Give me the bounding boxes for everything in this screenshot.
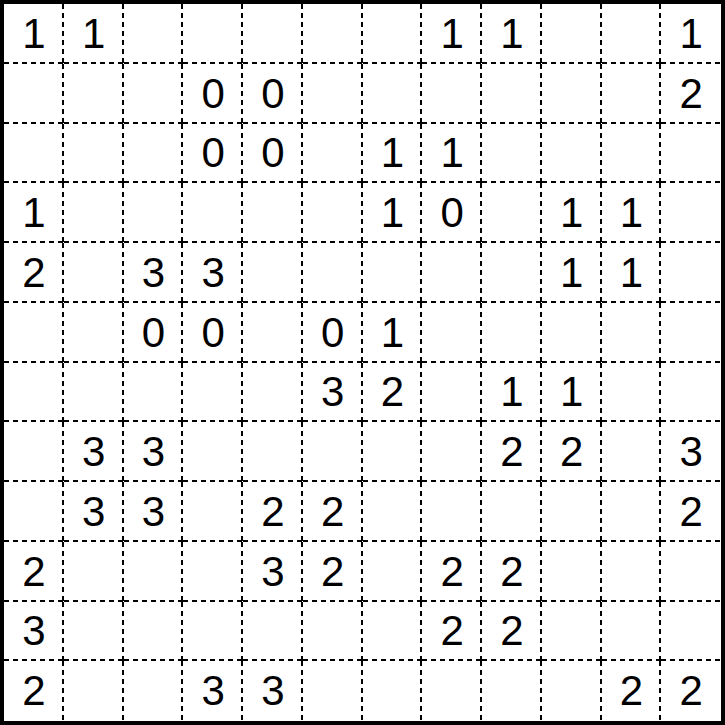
cell-r8c7[interactable] [363,422,423,482]
cell-r11c5[interactable] [243,602,303,662]
cell-r3c2[interactable] [64,124,124,184]
clue-number: 3 [201,252,224,294]
cell-r1c6[interactable] [303,4,363,64]
clue-number: 2 [22,252,45,294]
cell-r9c7[interactable] [363,482,423,542]
cell-r6c10[interactable] [542,303,602,363]
cell-r11c8[interactable]: 2 [422,602,482,662]
clue-number: 3 [201,670,224,712]
cell-r6c9[interactable] [482,303,542,363]
cell-r10c4[interactable] [183,542,243,602]
cell-r10c12[interactable] [661,542,721,602]
cell-r4c11[interactable]: 1 [602,183,662,243]
cell-r10c5[interactable]: 3 [243,542,303,602]
clue-number: 1 [500,371,523,413]
clue-number: 1 [82,13,105,55]
cell-r7c6[interactable]: 3 [303,363,363,423]
cell-r4c8[interactable]: 0 [422,183,482,243]
cell-r4c9[interactable] [482,183,542,243]
cell-r5c11[interactable]: 1 [602,243,662,303]
cell-r9c5[interactable]: 2 [243,482,303,542]
clue-number: 3 [22,610,45,652]
clue-number: 1 [560,371,583,413]
cell-r2c1[interactable] [4,64,64,124]
clue-number: 2 [679,670,702,712]
clue-number: 2 [22,551,45,593]
cell-r3c12[interactable] [661,124,721,184]
clue-number: 0 [261,73,284,115]
cell-r1c10[interactable] [542,4,602,64]
cell-r1c11[interactable] [602,4,662,64]
cell-r2c7[interactable] [363,64,423,124]
clue-number: 1 [620,192,643,234]
cell-r8c10[interactable]: 2 [542,422,602,482]
clue-number: 2 [500,610,523,652]
cell-r7c11[interactable] [602,363,662,423]
cell-r3c3[interactable] [124,124,184,184]
cell-r4c7[interactable]: 1 [363,183,423,243]
clue-number: 3 [82,491,105,533]
cell-r5c4[interactable]: 3 [183,243,243,303]
cell-r5c8[interactable] [422,243,482,303]
cell-r6c4[interactable]: 0 [183,303,243,363]
cell-r11c9[interactable]: 2 [482,602,542,662]
cell-r10c11[interactable] [602,542,662,602]
clue-number: 3 [82,431,105,473]
cell-r8c11[interactable] [602,422,662,482]
clue-number: 1 [22,13,45,55]
cell-r1c5[interactable] [243,4,303,64]
cell-r1c8[interactable]: 1 [422,4,482,64]
cell-r8c4[interactable] [183,422,243,482]
cell-r11c12[interactable] [661,602,721,662]
clue-number: 0 [440,192,463,234]
cell-r12c1[interactable]: 2 [4,661,64,721]
clue-number: 1 [381,192,404,234]
cell-r8c5[interactable] [243,422,303,482]
cell-r10c2[interactable] [64,542,124,602]
clue-number: 2 [321,491,344,533]
cell-r3c9[interactable] [482,124,542,184]
clue-number: 0 [201,73,224,115]
cell-r7c9[interactable]: 1 [482,363,542,423]
cell-r1c2[interactable]: 1 [64,4,124,64]
cell-r8c1[interactable] [4,422,64,482]
cell-r5c10[interactable]: 1 [542,243,602,303]
cell-r10c8[interactable]: 2 [422,542,482,602]
cell-r12c3[interactable] [124,661,184,721]
cell-r12c4[interactable]: 3 [183,661,243,721]
cell-r2c12[interactable]: 2 [661,64,721,124]
cell-r9c11[interactable] [602,482,662,542]
cell-r6c12[interactable] [661,303,721,363]
cell-r9c1[interactable] [4,482,64,542]
cell-r9c10[interactable] [542,482,602,542]
cell-r6c2[interactable] [64,303,124,363]
cell-r12c11[interactable]: 2 [602,661,662,721]
clue-number: 2 [261,491,284,533]
cell-r5c7[interactable] [363,243,423,303]
cell-r9c4[interactable] [183,482,243,542]
cell-r7c7[interactable]: 2 [363,363,423,423]
cell-r10c9[interactable]: 2 [482,542,542,602]
clue-number: 3 [321,371,344,413]
cell-r11c7[interactable] [363,602,423,662]
cell-r8c8[interactable] [422,422,482,482]
cell-r9c9[interactable] [482,482,542,542]
cell-r3c8[interactable]: 1 [422,124,482,184]
cell-r7c8[interactable] [422,363,482,423]
cell-r2c3[interactable] [124,64,184,124]
cell-r1c7[interactable] [363,4,423,64]
cell-r1c3[interactable] [124,4,184,64]
clue-number: 1 [440,13,463,55]
clue-number: 1 [22,192,45,234]
cell-r2c4[interactable]: 0 [183,64,243,124]
cell-r3c1[interactable] [4,124,64,184]
cell-r9c2[interactable]: 3 [64,482,124,542]
cell-r2c10[interactable] [542,64,602,124]
cell-r1c1[interactable]: 1 [4,4,64,64]
cell-r5c9[interactable] [482,243,542,303]
clue-number: 2 [440,610,463,652]
cell-r6c6[interactable]: 0 [303,303,363,363]
cell-r4c2[interactable] [64,183,124,243]
clue-number: 3 [261,670,284,712]
cell-r1c9[interactable]: 1 [482,4,542,64]
cell-r4c3[interactable] [124,183,184,243]
clue-number: 3 [261,551,284,593]
clue-number: 0 [261,132,284,174]
cell-r5c5[interactable] [243,243,303,303]
cell-r4c12[interactable] [661,183,721,243]
cell-r7c4[interactable] [183,363,243,423]
cell-r7c3[interactable] [124,363,184,423]
clue-number: 2 [381,371,404,413]
cell-r4c1[interactable]: 1 [4,183,64,243]
clue-number: 1 [381,312,404,354]
cell-r5c2[interactable] [64,243,124,303]
cell-r8c2[interactable]: 3 [64,422,124,482]
clue-number: 2 [679,73,702,115]
cell-r8c3[interactable]: 3 [124,422,184,482]
clue-number: 3 [142,252,165,294]
cell-r12c9[interactable] [482,661,542,721]
cell-r7c2[interactable] [64,363,124,423]
cell-r11c11[interactable] [602,602,662,662]
cell-r11c1[interactable]: 3 [4,602,64,662]
cell-r6c3[interactable]: 0 [124,303,184,363]
clue-number: 2 [440,551,463,593]
cell-r5c6[interactable] [303,243,363,303]
cell-r5c3[interactable]: 3 [124,243,184,303]
cell-r5c12[interactable] [661,243,721,303]
clue-number: 1 [560,252,583,294]
cell-r9c3[interactable]: 3 [124,482,184,542]
cell-r4c10[interactable]: 1 [542,183,602,243]
cell-r6c5[interactable] [243,303,303,363]
cell-r2c9[interactable] [482,64,542,124]
cell-r3c10[interactable] [542,124,602,184]
cell-r2c6[interactable] [303,64,363,124]
clue-number: 1 [381,132,404,174]
cell-r10c1[interactable]: 2 [4,542,64,602]
cell-r12c6[interactable] [303,661,363,721]
cell-r6c1[interactable] [4,303,64,363]
cell-r7c1[interactable] [4,363,64,423]
clue-number: 0 [201,312,224,354]
clue-number: 1 [620,252,643,294]
cell-r7c5[interactable] [243,363,303,423]
cell-r6c7[interactable]: 1 [363,303,423,363]
clue-number: 1 [560,192,583,234]
cell-r10c7[interactable] [363,542,423,602]
cell-r12c5[interactable]: 3 [243,661,303,721]
clue-number: 2 [500,551,523,593]
cell-r9c8[interactable] [422,482,482,542]
cell-r4c5[interactable] [243,183,303,243]
clue-number: 0 [321,312,344,354]
clue-number: 3 [679,431,702,473]
cell-r2c2[interactable] [64,64,124,124]
cell-r12c2[interactable] [64,661,124,721]
cell-r12c12[interactable]: 2 [661,661,721,721]
cell-r1c4[interactable] [183,4,243,64]
cell-r3c4[interactable]: 0 [183,124,243,184]
cell-r11c10[interactable] [542,602,602,662]
cell-r10c6[interactable]: 2 [303,542,363,602]
cell-r5c1[interactable]: 2 [4,243,64,303]
cell-r7c10[interactable]: 1 [542,363,602,423]
slitherlink-board: 1111100200111101123311000132113322333222… [0,0,725,725]
cell-r12c7[interactable] [363,661,423,721]
cell-r3c7[interactable]: 1 [363,124,423,184]
cell-r11c6[interactable] [303,602,363,662]
cell-r10c10[interactable] [542,542,602,602]
clue-number: 2 [679,491,702,533]
cell-r6c11[interactable] [602,303,662,363]
cell-r2c11[interactable] [602,64,662,124]
clue-number: 2 [560,431,583,473]
cell-r11c4[interactable] [183,602,243,662]
cell-r4c6[interactable] [303,183,363,243]
cell-r11c2[interactable] [64,602,124,662]
cell-r10c3[interactable] [124,542,184,602]
cell-r11c3[interactable] [124,602,184,662]
cell-r8c9[interactable]: 2 [482,422,542,482]
clue-number: 1 [440,132,463,174]
cell-r3c5[interactable]: 0 [243,124,303,184]
cell-r9c6[interactable]: 2 [303,482,363,542]
clue-number: 1 [500,13,523,55]
cell-r3c6[interactable] [303,124,363,184]
cell-r6c8[interactable] [422,303,482,363]
clue-number: 2 [500,431,523,473]
clue-number: 2 [620,670,643,712]
cell-r2c5[interactable]: 0 [243,64,303,124]
cell-r7c12[interactable] [661,363,721,423]
clue-number: 0 [201,132,224,174]
cell-r12c10[interactable] [542,661,602,721]
cell-r9c12[interactable]: 2 [661,482,721,542]
cell-r8c12[interactable]: 3 [661,422,721,482]
cell-r3c11[interactable] [602,124,662,184]
clue-number: 3 [142,491,165,533]
cell-r2c8[interactable] [422,64,482,124]
clue-number: 3 [142,431,165,473]
cell-r1c12[interactable]: 1 [661,4,721,64]
clue-number: 0 [142,312,165,354]
clue-number: 2 [321,551,344,593]
clue-number: 2 [22,670,45,712]
cell-r12c8[interactable] [422,661,482,721]
cell-r8c6[interactable] [303,422,363,482]
clue-number: 1 [679,13,702,55]
cell-r4c4[interactable] [183,183,243,243]
